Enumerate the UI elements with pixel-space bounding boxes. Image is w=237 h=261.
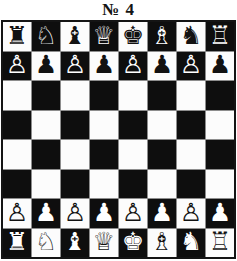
black-bishop: ♗ — [151, 23, 173, 48]
square-g2[interactable]: ♙ — [177, 199, 205, 228]
square-f3[interactable] — [148, 170, 176, 199]
square-g1[interactable]: ♞ — [177, 229, 205, 258]
square-d5[interactable] — [90, 111, 118, 140]
diagram-number-title: № 4 — [0, 0, 237, 20]
white-pawn: ♙ — [64, 200, 86, 225]
square-c4[interactable] — [61, 140, 89, 169]
square-e5[interactable] — [119, 111, 147, 140]
white-rook: ♖ — [209, 229, 231, 254]
square-c8[interactable]: ♝ — [61, 22, 89, 51]
white-bishop: ♗ — [151, 229, 173, 254]
black-knight: ♘ — [35, 23, 57, 48]
square-b5[interactable] — [32, 111, 60, 140]
black-pawn: ♙ — [6, 52, 28, 77]
square-h2[interactable]: ♟ — [206, 199, 234, 228]
square-c2[interactable]: ♙ — [61, 199, 89, 228]
square-d7[interactable]: ♟ — [90, 52, 118, 81]
square-a3[interactable] — [3, 170, 31, 199]
square-g6[interactable] — [177, 81, 205, 110]
square-c6[interactable] — [61, 81, 89, 110]
black-knight: ♞ — [180, 23, 202, 48]
square-e6[interactable] — [119, 81, 147, 110]
square-c1[interactable]: ♝ — [61, 229, 89, 258]
square-a2[interactable]: ♙ — [3, 199, 31, 228]
square-d8[interactable]: ♕ — [90, 22, 118, 51]
square-c5[interactable] — [61, 111, 89, 140]
square-f8[interactable]: ♗ — [148, 22, 176, 51]
square-a7[interactable]: ♙ — [3, 52, 31, 81]
square-b8[interactable]: ♘ — [32, 22, 60, 51]
black-pawn: ♟ — [209, 52, 231, 77]
black-pawn: ♙ — [64, 52, 86, 77]
black-pawn: ♙ — [180, 52, 202, 77]
square-d6[interactable] — [90, 81, 118, 110]
white-bishop: ♝ — [64, 229, 86, 254]
square-a5[interactable] — [3, 111, 31, 140]
square-b6[interactable] — [32, 81, 60, 110]
square-g8[interactable]: ♞ — [177, 22, 205, 51]
square-d2[interactable]: ♟ — [90, 199, 118, 228]
square-b2[interactable]: ♟ — [32, 199, 60, 228]
white-pawn: ♟ — [151, 200, 173, 225]
square-h4[interactable] — [206, 140, 234, 169]
square-b1[interactable]: ♘ — [32, 229, 60, 258]
white-pawn: ♟ — [93, 200, 115, 225]
square-e8[interactable]: ♚ — [119, 22, 147, 51]
square-a8[interactable]: ♜ — [3, 22, 31, 51]
black-rook: ♖ — [209, 23, 231, 48]
square-c3[interactable] — [61, 170, 89, 199]
square-b7[interactable]: ♟ — [32, 52, 60, 81]
square-h8[interactable]: ♖ — [206, 22, 234, 51]
black-rook: ♜ — [6, 23, 28, 48]
square-e7[interactable]: ♙ — [119, 52, 147, 81]
square-d4[interactable] — [90, 140, 118, 169]
square-a4[interactable] — [3, 140, 31, 169]
black-pawn: ♟ — [151, 52, 173, 77]
square-g7[interactable]: ♙ — [177, 52, 205, 81]
white-knight: ♘ — [35, 229, 57, 254]
square-h1[interactable]: ♖ — [206, 229, 234, 258]
square-e4[interactable] — [119, 140, 147, 169]
square-e2[interactable]: ♙ — [119, 199, 147, 228]
square-b4[interactable] — [32, 140, 60, 169]
square-f6[interactable] — [148, 81, 176, 110]
square-h3[interactable] — [206, 170, 234, 199]
square-h6[interactable] — [206, 81, 234, 110]
square-c7[interactable]: ♙ — [61, 52, 89, 81]
square-h5[interactable] — [206, 111, 234, 140]
white-knight: ♞ — [180, 229, 202, 254]
white-rook: ♜ — [6, 229, 28, 254]
square-e1[interactable]: ♚ — [119, 229, 147, 258]
square-f7[interactable]: ♟ — [148, 52, 176, 81]
square-g3[interactable] — [177, 170, 205, 199]
square-f1[interactable]: ♗ — [148, 229, 176, 258]
white-pawn: ♙ — [122, 200, 144, 225]
square-b3[interactable] — [32, 170, 60, 199]
black-king: ♚ — [122, 23, 144, 48]
white-pawn: ♙ — [6, 200, 28, 225]
square-f2[interactable]: ♟ — [148, 199, 176, 228]
white-king: ♚ — [122, 229, 144, 254]
square-d1[interactable]: ♕ — [90, 229, 118, 258]
square-d3[interactable] — [90, 170, 118, 199]
white-queen: ♕ — [93, 229, 115, 254]
square-g4[interactable] — [177, 140, 205, 169]
square-f4[interactable] — [148, 140, 176, 169]
chess-board: ♜♘♝♕♚♗♞♖♙♟♙♟♙♟♙♟♙♟♙♟♙♟♙♟♜♘♝♕♚♗♞♖ — [1, 20, 236, 259]
square-h7[interactable]: ♟ — [206, 52, 234, 81]
black-pawn: ♟ — [35, 52, 57, 77]
white-pawn: ♟ — [209, 200, 231, 225]
chess-diagram-page: № 4 ♜♘♝♕♚♗♞♖♙♟♙♟♙♟♙♟♙♟♙♟♙♟♙♟♜♘♝♕♚♗♞♖ — [0, 0, 237, 261]
square-f5[interactable] — [148, 111, 176, 140]
square-g5[interactable] — [177, 111, 205, 140]
white-pawn: ♙ — [180, 200, 202, 225]
square-a1[interactable]: ♜ — [3, 229, 31, 258]
square-e3[interactable] — [119, 170, 147, 199]
white-pawn: ♟ — [35, 200, 57, 225]
black-pawn: ♙ — [122, 52, 144, 77]
black-pawn: ♟ — [93, 52, 115, 77]
square-a6[interactable] — [3, 81, 31, 110]
black-bishop: ♝ — [64, 23, 86, 48]
black-queen: ♕ — [93, 23, 115, 48]
